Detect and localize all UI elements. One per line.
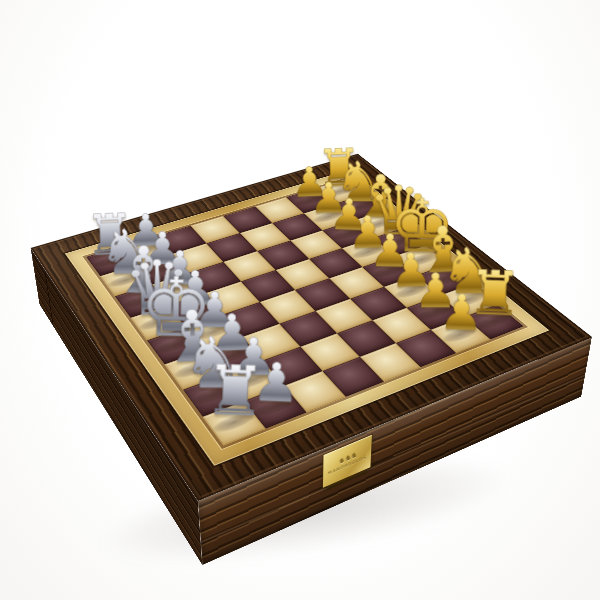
gold-rook-h8[interactable]: ♜ <box>461 227 531 323</box>
box-top-wood-frame: ♜♞♝♛♚♝♞♜♟♟♟♟♟♟♟♟♟♟♟♟♟♟♟♟♜♞♝♛♚♝♞♜ <box>31 154 592 502</box>
stage: ♜♞♝♛♚♝♞♜♟♟♟♟♟♟♟♟♟♟♟♟♟♟♟♟♜♞♝♛♚♝♞♜ ♞♞♞ MAN… <box>0 0 600 600</box>
product-photo-scene: ♜♞♝♛♚♝♞♜♟♟♟♟♟♟♟♟♟♟♟♟♟♟♟♟♜♞♝♛♚♝♞♜ ♞♞♞ MAN… <box>0 0 600 600</box>
chess-box: ♜♞♝♛♚♝♞♜♟♟♟♟♟♟♟♟♟♟♟♟♟♟♟♟♜♞♝♛♚♝♞♜ ♞♞♞ MAN… <box>31 154 592 502</box>
